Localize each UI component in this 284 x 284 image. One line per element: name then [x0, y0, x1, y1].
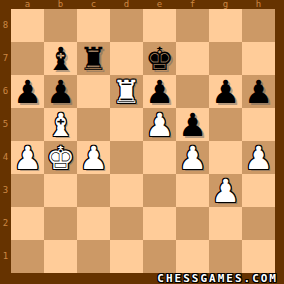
square-c5[interactable] — [77, 108, 110, 141]
file-label-h: h — [242, 0, 275, 9]
black-pawn[interactable]: ♟ — [176, 108, 209, 141]
square-e6[interactable]: ♟ — [143, 75, 176, 108]
file-label-d: d — [110, 0, 143, 9]
square-g7[interactable] — [209, 42, 242, 75]
rank-label-1: 1 — [0, 240, 11, 273]
square-f1[interactable] — [176, 240, 209, 273]
square-d1[interactable] — [110, 240, 143, 273]
square-h4[interactable]: ♟ — [242, 141, 275, 174]
square-c1[interactable] — [77, 240, 110, 273]
square-e5[interactable]: ♟ — [143, 108, 176, 141]
rank-label-3: 3 — [0, 174, 11, 207]
square-b5[interactable]: ♝ — [44, 108, 77, 141]
square-d8[interactable] — [110, 9, 143, 42]
square-f8[interactable] — [176, 9, 209, 42]
square-e3[interactable] — [143, 174, 176, 207]
square-e7[interactable]: ♚ — [143, 42, 176, 75]
chess-board: ♝♜♚♟♟♜♟♟♟♝♟♟♟♚♟♟♟♟ — [11, 9, 275, 273]
square-d4[interactable] — [110, 141, 143, 174]
chessgames-watermark: CHESSGAMES.COM — [157, 273, 278, 284]
square-d7[interactable] — [110, 42, 143, 75]
black-pawn[interactable]: ♟ — [44, 75, 77, 108]
square-e2[interactable] — [143, 207, 176, 240]
square-a2[interactable] — [11, 207, 44, 240]
square-e4[interactable] — [143, 141, 176, 174]
square-f3[interactable] — [176, 174, 209, 207]
square-h2[interactable] — [242, 207, 275, 240]
square-g3[interactable]: ♟ — [209, 174, 242, 207]
square-b1[interactable] — [44, 240, 77, 273]
file-label-e: e — [143, 0, 176, 9]
square-b7[interactable]: ♝ — [44, 42, 77, 75]
square-c7[interactable]: ♜ — [77, 42, 110, 75]
white-king[interactable]: ♚ — [44, 141, 77, 174]
black-rook[interactable]: ♜ — [77, 42, 110, 75]
white-pawn[interactable]: ♟ — [143, 108, 176, 141]
square-f5[interactable]: ♟ — [176, 108, 209, 141]
square-g4[interactable] — [209, 141, 242, 174]
black-pawn[interactable]: ♟ — [143, 75, 176, 108]
square-a3[interactable] — [11, 174, 44, 207]
square-g1[interactable] — [209, 240, 242, 273]
square-b3[interactable] — [44, 174, 77, 207]
square-a8[interactable] — [11, 9, 44, 42]
square-a4[interactable]: ♟ — [11, 141, 44, 174]
file-label-g: g — [209, 0, 242, 9]
square-d3[interactable] — [110, 174, 143, 207]
square-e1[interactable] — [143, 240, 176, 273]
square-a5[interactable] — [11, 108, 44, 141]
square-g8[interactable] — [209, 9, 242, 42]
square-h8[interactable] — [242, 9, 275, 42]
square-d6[interactable]: ♜ — [110, 75, 143, 108]
white-pawn[interactable]: ♟ — [209, 174, 242, 207]
square-h5[interactable] — [242, 108, 275, 141]
square-f2[interactable] — [176, 207, 209, 240]
square-g5[interactable] — [209, 108, 242, 141]
file-labels: abcdefgh — [11, 0, 275, 9]
square-a6[interactable]: ♟ — [11, 75, 44, 108]
white-pawn[interactable]: ♟ — [242, 141, 275, 174]
square-a1[interactable] — [11, 240, 44, 273]
square-h3[interactable] — [242, 174, 275, 207]
square-f7[interactable] — [176, 42, 209, 75]
square-h6[interactable]: ♟ — [242, 75, 275, 108]
white-pawn[interactable]: ♟ — [11, 141, 44, 174]
square-d5[interactable] — [110, 108, 143, 141]
square-g2[interactable] — [209, 207, 242, 240]
square-f4[interactable]: ♟ — [176, 141, 209, 174]
square-b4[interactable]: ♚ — [44, 141, 77, 174]
square-h7[interactable] — [242, 42, 275, 75]
square-a7[interactable] — [11, 42, 44, 75]
square-e8[interactable] — [143, 9, 176, 42]
square-c8[interactable] — [77, 9, 110, 42]
black-bishop[interactable]: ♝ — [44, 42, 77, 75]
rank-label-7: 7 — [0, 42, 11, 75]
rank-label-5: 5 — [0, 108, 11, 141]
square-b6[interactable]: ♟ — [44, 75, 77, 108]
rank-label-8: 8 — [0, 9, 11, 42]
chess-board-frame: abcdefgh 87654321 ♝♜♚♟♟♜♟♟♟♝♟♟♟♚♟♟♟♟ CHE… — [0, 0, 284, 284]
black-king[interactable]: ♚ — [143, 42, 176, 75]
file-label-c: c — [77, 0, 110, 9]
white-pawn[interactable]: ♟ — [176, 141, 209, 174]
black-pawn[interactable]: ♟ — [242, 75, 275, 108]
black-pawn[interactable]: ♟ — [11, 75, 44, 108]
rank-label-6: 6 — [0, 75, 11, 108]
white-rook[interactable]: ♜ — [110, 75, 143, 108]
square-b2[interactable] — [44, 207, 77, 240]
square-c2[interactable] — [77, 207, 110, 240]
file-label-b: b — [44, 0, 77, 9]
black-pawn[interactable]: ♟ — [209, 75, 242, 108]
file-label-a: a — [11, 0, 44, 9]
white-bishop[interactable]: ♝ — [44, 108, 77, 141]
rank-label-2: 2 — [0, 207, 11, 240]
file-label-f: f — [176, 0, 209, 9]
rank-labels: 87654321 — [0, 9, 11, 273]
white-pawn[interactable]: ♟ — [77, 141, 110, 174]
square-c4[interactable]: ♟ — [77, 141, 110, 174]
square-d2[interactable] — [110, 207, 143, 240]
square-h1[interactable] — [242, 240, 275, 273]
square-f6[interactable] — [176, 75, 209, 108]
square-c6[interactable] — [77, 75, 110, 108]
square-c3[interactable] — [77, 174, 110, 207]
rank-label-4: 4 — [0, 141, 11, 174]
square-g6[interactable]: ♟ — [209, 75, 242, 108]
square-b8[interactable] — [44, 9, 77, 42]
